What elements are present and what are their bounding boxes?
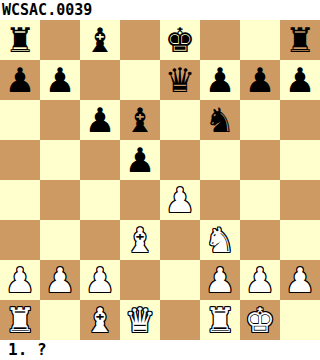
square-d8[interactable] xyxy=(120,20,160,60)
chess-board: ♜♝♚♜♟♟♛♟♟♟♟♝♞♟♟♝♞♟♟♟♟♟♟♜♝♛♜♚ xyxy=(0,20,320,340)
square-f2[interactable]: ♟ xyxy=(200,260,240,300)
square-h5[interactable] xyxy=(280,140,320,180)
square-f1[interactable]: ♜ xyxy=(200,300,240,340)
square-c5[interactable] xyxy=(80,140,120,180)
square-c7[interactable] xyxy=(80,60,120,100)
square-g1[interactable]: ♚ xyxy=(240,300,280,340)
square-h3[interactable] xyxy=(280,220,320,260)
black-rook: ♜ xyxy=(285,20,315,60)
white-pawn: ♟ xyxy=(285,260,315,300)
square-e4[interactable]: ♟ xyxy=(160,180,200,220)
square-a1[interactable]: ♜ xyxy=(0,300,40,340)
white-pawn: ♟ xyxy=(165,180,195,220)
square-d2[interactable] xyxy=(120,260,160,300)
square-d4[interactable] xyxy=(120,180,160,220)
square-g3[interactable] xyxy=(240,220,280,260)
black-knight: ♞ xyxy=(205,100,235,140)
square-f5[interactable] xyxy=(200,140,240,180)
black-pawn: ♟ xyxy=(5,60,35,100)
white-pawn: ♟ xyxy=(85,260,115,300)
square-d6[interactable]: ♝ xyxy=(120,100,160,140)
square-c3[interactable] xyxy=(80,220,120,260)
square-a5[interactable] xyxy=(0,140,40,180)
footer: 1. ? xyxy=(0,340,320,360)
square-g5[interactable] xyxy=(240,140,280,180)
square-g7[interactable]: ♟ xyxy=(240,60,280,100)
square-b2[interactable]: ♟ xyxy=(40,260,80,300)
square-a4[interactable] xyxy=(0,180,40,220)
square-f7[interactable]: ♟ xyxy=(200,60,240,100)
black-pawn: ♟ xyxy=(245,60,275,100)
header: WCSAC.0039 xyxy=(0,0,320,20)
move-prompt: 1. ? xyxy=(8,340,47,360)
square-h1[interactable] xyxy=(280,300,320,340)
square-h6[interactable] xyxy=(280,100,320,140)
puzzle-title: WCSAC.0039 xyxy=(2,0,92,20)
square-e6[interactable] xyxy=(160,100,200,140)
white-rook: ♜ xyxy=(205,300,235,340)
white-queen: ♛ xyxy=(125,300,155,340)
square-h4[interactable] xyxy=(280,180,320,220)
black-pawn: ♟ xyxy=(125,140,155,180)
square-c2[interactable]: ♟ xyxy=(80,260,120,300)
square-a7[interactable]: ♟ xyxy=(0,60,40,100)
square-g2[interactable]: ♟ xyxy=(240,260,280,300)
black-pawn: ♟ xyxy=(205,60,235,100)
square-b1[interactable] xyxy=(40,300,80,340)
white-king: ♚ xyxy=(245,300,275,340)
square-e2[interactable] xyxy=(160,260,200,300)
square-d5[interactable]: ♟ xyxy=(120,140,160,180)
white-rook: ♜ xyxy=(5,300,35,340)
black-pawn: ♟ xyxy=(85,100,115,140)
square-e5[interactable] xyxy=(160,140,200,180)
square-a6[interactable] xyxy=(0,100,40,140)
square-f8[interactable] xyxy=(200,20,240,60)
white-bishop: ♝ xyxy=(125,220,155,260)
square-c1[interactable]: ♝ xyxy=(80,300,120,340)
square-h2[interactable]: ♟ xyxy=(280,260,320,300)
black-king: ♚ xyxy=(165,20,195,60)
square-g4[interactable] xyxy=(240,180,280,220)
square-d7[interactable] xyxy=(120,60,160,100)
white-pawn: ♟ xyxy=(45,260,75,300)
black-bishop: ♝ xyxy=(85,20,115,60)
square-b8[interactable] xyxy=(40,20,80,60)
square-c4[interactable] xyxy=(80,180,120,220)
square-e8[interactable]: ♚ xyxy=(160,20,200,60)
square-b7[interactable]: ♟ xyxy=(40,60,80,100)
square-b5[interactable] xyxy=(40,140,80,180)
square-b3[interactable] xyxy=(40,220,80,260)
square-f4[interactable] xyxy=(200,180,240,220)
square-c8[interactable]: ♝ xyxy=(80,20,120,60)
square-d3[interactable]: ♝ xyxy=(120,220,160,260)
square-f6[interactable]: ♞ xyxy=(200,100,240,140)
white-pawn: ♟ xyxy=(245,260,275,300)
square-d1[interactable]: ♛ xyxy=(120,300,160,340)
black-pawn: ♟ xyxy=(285,60,315,100)
square-e7[interactable]: ♛ xyxy=(160,60,200,100)
square-g8[interactable] xyxy=(240,20,280,60)
white-bishop: ♝ xyxy=(85,300,115,340)
black-pawn: ♟ xyxy=(45,60,75,100)
square-h7[interactable]: ♟ xyxy=(280,60,320,100)
black-rook: ♜ xyxy=(5,20,35,60)
square-e1[interactable] xyxy=(160,300,200,340)
square-b4[interactable] xyxy=(40,180,80,220)
black-bishop: ♝ xyxy=(125,100,155,140)
square-h8[interactable]: ♜ xyxy=(280,20,320,60)
square-c6[interactable]: ♟ xyxy=(80,100,120,140)
square-e3[interactable] xyxy=(160,220,200,260)
square-a3[interactable] xyxy=(0,220,40,260)
white-knight: ♞ xyxy=(205,220,235,260)
square-g6[interactable] xyxy=(240,100,280,140)
black-queen: ♛ xyxy=(165,60,195,100)
square-b6[interactable] xyxy=(40,100,80,140)
square-a2[interactable]: ♟ xyxy=(0,260,40,300)
white-pawn: ♟ xyxy=(5,260,35,300)
square-f3[interactable]: ♞ xyxy=(200,220,240,260)
square-a8[interactable]: ♜ xyxy=(0,20,40,60)
white-pawn: ♟ xyxy=(205,260,235,300)
